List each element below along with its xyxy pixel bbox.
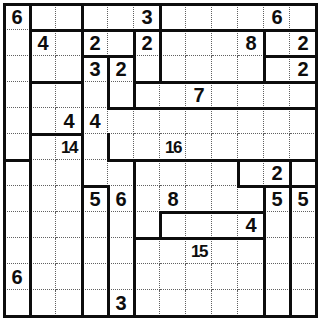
grid-cell-r9c6[interactable] xyxy=(134,212,160,238)
grid-cell-r12c6[interactable] xyxy=(134,290,160,316)
grid-cell-r1c8[interactable] xyxy=(186,4,212,30)
clue-number-r1c6: 3 xyxy=(134,4,160,30)
grid-cell-r8c8[interactable] xyxy=(186,186,212,212)
clue-number-r12c5: 3 xyxy=(108,290,134,316)
grid-cell-r8c6[interactable] xyxy=(134,186,160,212)
clue-number-r6c3: 14 xyxy=(56,134,82,160)
grid-cell-r4c10[interactable] xyxy=(238,82,264,108)
grid-cell-r3c7[interactable] xyxy=(160,56,186,82)
shikaku-board: 63642282322744141625685541563 xyxy=(4,4,316,316)
region-border-vertical xyxy=(237,159,240,188)
grid-cell-r12c12[interactable] xyxy=(290,290,316,316)
grid-cell-r4c12[interactable] xyxy=(290,82,316,108)
grid-cell-r12c2[interactable] xyxy=(30,290,56,316)
grid-cell-r3c3[interactable] xyxy=(56,56,82,82)
grid-cell-r11c9[interactable] xyxy=(212,264,238,290)
grid-cell-r4c2[interactable] xyxy=(30,82,56,108)
grid-cell-r5c10[interactable] xyxy=(238,108,264,134)
grid-cell-r11c8[interactable] xyxy=(186,264,212,290)
grid-cell-r7c1[interactable] xyxy=(4,160,30,186)
grid-cell-r10c9[interactable] xyxy=(212,238,238,264)
grid-cell-r10c6[interactable] xyxy=(134,238,160,264)
grid-cell-r12c11[interactable] xyxy=(264,290,290,316)
grid-cell-r9c3[interactable] xyxy=(56,212,82,238)
grid-cell-r11c10[interactable] xyxy=(238,264,264,290)
grid-cell-r2c3[interactable] xyxy=(56,30,82,56)
grid-cell-r11c11[interactable] xyxy=(264,264,290,290)
grid-cell-r4c11[interactable] xyxy=(264,82,290,108)
clue-number-r8c11: 5 xyxy=(264,186,290,212)
grid-cell-r7c12[interactable] xyxy=(290,160,316,186)
grid-cell-r8c2[interactable] xyxy=(30,186,56,212)
grid-cell-r4c4[interactable] xyxy=(82,82,108,108)
grid-cell-r9c7[interactable] xyxy=(160,212,186,238)
grid-cell-r5c12[interactable] xyxy=(290,108,316,134)
grid-cell-r7c10[interactable] xyxy=(238,160,264,186)
grid-cell-r3c9[interactable] xyxy=(212,56,238,82)
clue-number-r6c7: 16 xyxy=(160,134,186,160)
grid-cell-r6c4[interactable] xyxy=(82,134,108,160)
clue-number-r8c12: 5 xyxy=(290,186,316,212)
clue-number-r2c10: 8 xyxy=(238,30,264,56)
grid-cell-r3c10[interactable] xyxy=(238,56,264,82)
grid-cell-r5c7[interactable] xyxy=(160,108,186,134)
clue-number-r8c4: 5 xyxy=(82,186,108,212)
grid-cell-r10c5[interactable] xyxy=(108,238,134,264)
grid-cell-r12c8[interactable] xyxy=(186,290,212,316)
grid-cell-r7c4[interactable] xyxy=(82,160,108,186)
grid-cell-r12c3[interactable] xyxy=(56,290,82,316)
grid-cell-r11c7[interactable] xyxy=(160,264,186,290)
clue-number-r8c7: 8 xyxy=(160,186,186,212)
clue-number-r3c12: 2 xyxy=(290,56,316,82)
grid-cell-r1c5[interactable] xyxy=(108,4,134,30)
clue-number-r3c4: 3 xyxy=(82,56,108,82)
grid-cell-r1c10[interactable] xyxy=(238,4,264,30)
grid-cell-r8c9[interactable] xyxy=(212,186,238,212)
grid-cell-r6c6[interactable] xyxy=(134,134,160,160)
grid-cell-r5c8[interactable] xyxy=(186,108,212,134)
clue-number-r2c6: 2 xyxy=(134,30,160,56)
grid-cell-r12c10[interactable] xyxy=(238,290,264,316)
grid-cell-r11c2[interactable] xyxy=(30,264,56,290)
grid-cell-r9c11[interactable] xyxy=(264,212,290,238)
grid-cell-r2c9[interactable] xyxy=(212,30,238,56)
grid-cell-r1c12[interactable] xyxy=(290,4,316,30)
grid-cell-r6c11[interactable] xyxy=(264,134,290,160)
clue-number-r1c1: 6 xyxy=(4,4,30,30)
grid-cell-r3c11[interactable] xyxy=(264,56,290,82)
grid-cell-r12c9[interactable] xyxy=(212,290,238,316)
region-border-vertical xyxy=(107,133,110,162)
grid-cell-r10c11[interactable] xyxy=(264,238,290,264)
grid-cell-r7c5[interactable] xyxy=(108,160,134,186)
clue-number-r5c3: 4 xyxy=(56,108,82,134)
grid-cell-r6c9[interactable] xyxy=(212,134,238,160)
grid-cell-r10c12[interactable] xyxy=(290,238,316,264)
grid-cell-r9c9[interactable] xyxy=(212,212,238,238)
clue-number-r1c11: 6 xyxy=(264,4,290,30)
grid-cell-r9c8[interactable] xyxy=(186,212,212,238)
grid-cell-r5c1[interactable] xyxy=(4,108,30,134)
grid-cell-r4c3[interactable] xyxy=(56,82,82,108)
region-border-horizontal xyxy=(3,159,32,162)
clue-number-r10c8: 15 xyxy=(186,238,212,264)
grid-cell-r2c8[interactable] xyxy=(186,30,212,56)
grid-cell-r7c3[interactable] xyxy=(56,160,82,186)
grid-cell-r6c10[interactable] xyxy=(238,134,264,160)
grid-cell-r12c7[interactable] xyxy=(160,290,186,316)
grid-cell-r2c7[interactable] xyxy=(160,30,186,56)
grid-cell-r10c7[interactable] xyxy=(160,238,186,264)
grid-cell-r5c11[interactable] xyxy=(264,108,290,134)
grid-cell-r4c9[interactable] xyxy=(212,82,238,108)
grid-cell-r3c6[interactable] xyxy=(134,56,160,82)
grid-cell-r11c12[interactable] xyxy=(290,264,316,290)
grid-cell-r6c12[interactable] xyxy=(290,134,316,160)
grid-cell-r5c2[interactable] xyxy=(30,108,56,134)
region-border-horizontal xyxy=(3,315,318,318)
grid-cell-r5c6[interactable] xyxy=(134,108,160,134)
grid-cell-r1c9[interactable] xyxy=(212,4,238,30)
grid-cell-r6c1[interactable] xyxy=(4,134,30,160)
clue-number-r9c10: 4 xyxy=(238,212,264,238)
grid-cell-r11c3[interactable] xyxy=(56,264,82,290)
grid-cell-r10c1[interactable] xyxy=(4,238,30,264)
grid-cell-r12c4[interactable] xyxy=(82,290,108,316)
clue-number-r2c12: 2 xyxy=(290,30,316,56)
grid-cell-r4c6[interactable] xyxy=(134,82,160,108)
grid-cell-r7c9[interactable] xyxy=(212,160,238,186)
clue-number-r8c5: 6 xyxy=(108,186,134,212)
grid-cell-r7c7[interactable] xyxy=(160,160,186,186)
grid-cell-r8c10[interactable] xyxy=(238,186,264,212)
clue-number-r7c11: 2 xyxy=(264,160,290,186)
grid-cell-r7c6[interactable] xyxy=(134,160,160,186)
grid-cell-r1c2[interactable] xyxy=(30,4,56,30)
region-border-horizontal xyxy=(29,81,84,84)
region-border-horizontal xyxy=(107,107,318,110)
grid-cell-r10c3[interactable] xyxy=(56,238,82,264)
grid-cell-r5c9[interactable] xyxy=(212,108,238,134)
region-border-vertical xyxy=(159,211,162,240)
grid-cell-r10c2[interactable] xyxy=(30,238,56,264)
grid-cell-r2c1[interactable] xyxy=(4,30,30,56)
grid-cell-r9c4[interactable] xyxy=(82,212,108,238)
grid-cell-r3c2[interactable] xyxy=(30,56,56,82)
grid-cell-r6c5[interactable] xyxy=(108,134,134,160)
grid-cell-r2c11[interactable] xyxy=(264,30,290,56)
grid-cell-r6c2[interactable] xyxy=(30,134,56,160)
grid-cell-r5c5[interactable] xyxy=(108,108,134,134)
clue-number-r5c4: 4 xyxy=(82,108,108,134)
shikaku-puzzle-screenshot: 63642282322744141625685541563 xyxy=(0,0,320,320)
clue-number-r3c5: 2 xyxy=(108,56,134,82)
grid-cell-r9c12[interactable] xyxy=(290,212,316,238)
grid-cell-r1c7[interactable] xyxy=(160,4,186,30)
grid-cell-r4c7[interactable] xyxy=(160,82,186,108)
clue-number-r11c1: 6 xyxy=(4,264,30,290)
clue-number-r4c8: 7 xyxy=(186,82,212,108)
grid-cell-r11c6[interactable] xyxy=(134,264,160,290)
grid-cell-r12c1[interactable] xyxy=(4,290,30,316)
grid-cell-r9c2[interactable] xyxy=(30,212,56,238)
grid-cell-r2c5[interactable] xyxy=(108,30,134,56)
grid-cell-r9c1[interactable] xyxy=(4,212,30,238)
grid-cell-r1c3[interactable] xyxy=(56,4,82,30)
clue-number-r2c4: 2 xyxy=(82,30,108,56)
grid-cell-r3c1[interactable] xyxy=(4,56,30,82)
grid-cell-r7c2[interactable] xyxy=(30,160,56,186)
grid-cell-r3c8[interactable] xyxy=(186,56,212,82)
grid-cell-r4c1[interactable] xyxy=(4,82,30,108)
grid-cell-r4c5[interactable] xyxy=(108,82,134,108)
grid-cell-r9c5[interactable] xyxy=(108,212,134,238)
grid-cell-r11c4[interactable] xyxy=(82,264,108,290)
grid-cell-r11c5[interactable] xyxy=(108,264,134,290)
grid-cell-r10c4[interactable] xyxy=(82,238,108,264)
grid-cell-r8c1[interactable] xyxy=(4,186,30,212)
grid-cell-r7c8[interactable] xyxy=(186,160,212,186)
grid-cell-r8c3[interactable] xyxy=(56,186,82,212)
grid-cell-r6c8[interactable] xyxy=(186,134,212,160)
grid-cell-r1c4[interactable] xyxy=(82,4,108,30)
clue-number-r2c2: 4 xyxy=(30,30,56,56)
grid-cell-r10c10[interactable] xyxy=(238,238,264,264)
